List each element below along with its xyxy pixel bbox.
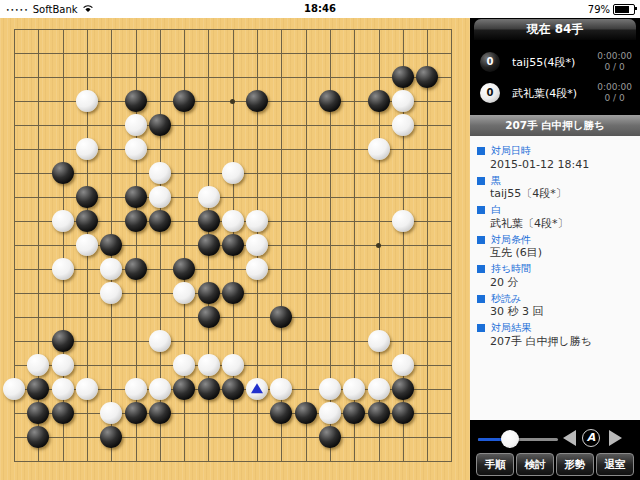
board-point[interactable] <box>196 137 220 161</box>
board-point[interactable] <box>172 41 196 65</box>
board-point[interactable] <box>172 401 196 425</box>
board-point[interactable] <box>415 401 439 425</box>
board-point[interactable] <box>123 209 147 233</box>
board-point[interactable] <box>148 41 172 65</box>
board-point[interactable] <box>196 329 220 353</box>
board-point[interactable] <box>342 209 366 233</box>
board-point[interactable] <box>366 329 390 353</box>
board-point[interactable] <box>26 209 50 233</box>
board-point[interactable] <box>75 401 99 425</box>
board-point[interactable] <box>99 209 123 233</box>
board-point[interactable] <box>221 89 245 113</box>
board-point[interactable] <box>172 17 196 41</box>
board-point[interactable] <box>2 209 26 233</box>
board-point[interactable] <box>391 161 415 185</box>
board-point[interactable] <box>391 377 415 401</box>
board-point[interactable] <box>75 41 99 65</box>
board-point[interactable] <box>342 353 366 377</box>
board-point[interactable] <box>245 41 269 65</box>
board-point[interactable] <box>342 233 366 257</box>
board-point[interactable] <box>269 305 293 329</box>
board-point[interactable] <box>99 425 123 449</box>
board-point[interactable] <box>123 185 147 209</box>
board-point[interactable] <box>123 329 147 353</box>
board-point[interactable] <box>99 89 123 113</box>
board-point[interactable] <box>196 161 220 185</box>
board-point[interactable] <box>245 377 269 401</box>
board-point[interactable] <box>123 89 147 113</box>
board-point[interactable] <box>123 449 147 473</box>
board-point[interactable] <box>75 185 99 209</box>
board-point[interactable] <box>75 305 99 329</box>
board-point[interactable] <box>269 257 293 281</box>
board-point[interactable] <box>172 233 196 257</box>
board-point[interactable] <box>99 353 123 377</box>
board-point[interactable] <box>245 425 269 449</box>
board-point[interactable] <box>123 353 147 377</box>
board-point[interactable] <box>342 137 366 161</box>
board-point[interactable] <box>221 305 245 329</box>
board-point[interactable] <box>51 329 75 353</box>
board-point[interactable] <box>415 41 439 65</box>
board-point[interactable] <box>318 329 342 353</box>
board-point[interactable] <box>342 425 366 449</box>
board-point[interactable] <box>196 41 220 65</box>
board-point[interactable] <box>99 281 123 305</box>
board-point[interactable] <box>51 449 75 473</box>
board-point[interactable] <box>2 137 26 161</box>
slider-thumb[interactable] <box>501 430 519 448</box>
board-point[interactable] <box>391 113 415 137</box>
board-point[interactable] <box>51 65 75 89</box>
board-point[interactable] <box>318 161 342 185</box>
board-point[interactable] <box>318 233 342 257</box>
board-point[interactable] <box>294 17 318 41</box>
board-point[interactable] <box>269 89 293 113</box>
board-point[interactable] <box>366 377 390 401</box>
board-point[interactable] <box>99 113 123 137</box>
board-point[interactable] <box>415 113 439 137</box>
board-point[interactable] <box>294 353 318 377</box>
board-point[interactable] <box>294 449 318 473</box>
board-point[interactable] <box>391 449 415 473</box>
board-point[interactable] <box>318 305 342 329</box>
board-point[interactable] <box>26 233 50 257</box>
board-point[interactable] <box>294 41 318 65</box>
board-point[interactable] <box>123 113 147 137</box>
board-point[interactable] <box>196 113 220 137</box>
board-point[interactable] <box>172 161 196 185</box>
board-point[interactable] <box>148 209 172 233</box>
board-point[interactable] <box>172 329 196 353</box>
board-point[interactable] <box>294 161 318 185</box>
board-point[interactable] <box>51 281 75 305</box>
board-point[interactable] <box>342 257 366 281</box>
board-point[interactable] <box>439 401 463 425</box>
board-point[interactable] <box>221 401 245 425</box>
board-point[interactable] <box>366 281 390 305</box>
board-point[interactable] <box>415 329 439 353</box>
board-point[interactable] <box>51 17 75 41</box>
next-move-button[interactable] <box>609 430 622 446</box>
board-point[interactable] <box>148 305 172 329</box>
board-point[interactable] <box>26 161 50 185</box>
board-point[interactable] <box>196 305 220 329</box>
board-point[interactable] <box>26 41 50 65</box>
board-point[interactable] <box>342 305 366 329</box>
board-point[interactable] <box>75 449 99 473</box>
board-point[interactable] <box>26 329 50 353</box>
board-point[interactable] <box>196 353 220 377</box>
board-point[interactable] <box>75 65 99 89</box>
board-point[interactable] <box>99 65 123 89</box>
board-point[interactable] <box>148 329 172 353</box>
board-point[interactable] <box>415 137 439 161</box>
board-point[interactable] <box>51 161 75 185</box>
board-point[interactable] <box>26 113 50 137</box>
board-point[interactable] <box>2 329 26 353</box>
board-point[interactable] <box>26 89 50 113</box>
board-point[interactable] <box>439 209 463 233</box>
board-point[interactable] <box>318 377 342 401</box>
board-point[interactable] <box>75 233 99 257</box>
board-point[interactable] <box>245 137 269 161</box>
board-point[interactable] <box>318 353 342 377</box>
board-point[interactable] <box>366 257 390 281</box>
board-point[interactable] <box>26 449 50 473</box>
board-point[interactable] <box>196 401 220 425</box>
board-point[interactable] <box>99 137 123 161</box>
board-point[interactable] <box>391 185 415 209</box>
board-point[interactable] <box>51 209 75 233</box>
board-point[interactable] <box>415 89 439 113</box>
board-point[interactable] <box>366 185 390 209</box>
board-point[interactable] <box>172 281 196 305</box>
board-point[interactable] <box>123 377 147 401</box>
board-point[interactable] <box>415 161 439 185</box>
board-point[interactable] <box>318 281 342 305</box>
board-point[interactable] <box>221 257 245 281</box>
board-point[interactable] <box>269 233 293 257</box>
board-point[interactable] <box>245 89 269 113</box>
board-point[interactable] <box>245 113 269 137</box>
board-point[interactable] <box>196 425 220 449</box>
board-point[interactable] <box>26 353 50 377</box>
board-point[interactable] <box>221 41 245 65</box>
board-point[interactable] <box>51 377 75 401</box>
board-point[interactable] <box>196 209 220 233</box>
board-point[interactable] <box>245 233 269 257</box>
board-point[interactable] <box>391 41 415 65</box>
board-point[interactable] <box>2 113 26 137</box>
board-point[interactable] <box>439 377 463 401</box>
board-point[interactable] <box>2 449 26 473</box>
board-point[interactable] <box>123 281 147 305</box>
board-point[interactable] <box>269 209 293 233</box>
board-point[interactable] <box>75 353 99 377</box>
board-point[interactable] <box>318 257 342 281</box>
board-point[interactable] <box>196 233 220 257</box>
board-point[interactable] <box>269 425 293 449</box>
board-point[interactable] <box>415 305 439 329</box>
board-point[interactable] <box>318 185 342 209</box>
board-point[interactable] <box>196 89 220 113</box>
board-point[interactable] <box>51 233 75 257</box>
board-point[interactable] <box>148 137 172 161</box>
board-point[interactable] <box>172 425 196 449</box>
board-point[interactable] <box>221 233 245 257</box>
board-point[interactable] <box>51 401 75 425</box>
board-point[interactable] <box>245 353 269 377</box>
board-point[interactable] <box>366 161 390 185</box>
board-point[interactable] <box>245 329 269 353</box>
board-point[interactable] <box>294 233 318 257</box>
board-point[interactable] <box>26 377 50 401</box>
board-point[interactable] <box>391 233 415 257</box>
board-point[interactable] <box>342 89 366 113</box>
board-point[interactable] <box>172 377 196 401</box>
board-point[interactable] <box>294 281 318 305</box>
board-point[interactable] <box>26 185 50 209</box>
board-point[interactable] <box>415 353 439 377</box>
board-point[interactable] <box>439 185 463 209</box>
board-point[interactable] <box>439 233 463 257</box>
board-point[interactable] <box>294 401 318 425</box>
board-point[interactable] <box>391 65 415 89</box>
board-point[interactable] <box>99 377 123 401</box>
board-point[interactable] <box>2 233 26 257</box>
board-point[interactable] <box>221 449 245 473</box>
board-point[interactable] <box>221 329 245 353</box>
board-point[interactable] <box>26 65 50 89</box>
board-point[interactable] <box>2 401 26 425</box>
board-point[interactable] <box>26 17 50 41</box>
board-point[interactable] <box>172 353 196 377</box>
board-point[interactable] <box>99 161 123 185</box>
board-point[interactable] <box>51 353 75 377</box>
action-button-退室[interactable]: 退室 <box>596 453 634 476</box>
board-point[interactable] <box>99 449 123 473</box>
board-point[interactable] <box>269 185 293 209</box>
board-point[interactable] <box>318 41 342 65</box>
board-point[interactable] <box>318 209 342 233</box>
board-point[interactable] <box>99 305 123 329</box>
board-point[interactable] <box>2 185 26 209</box>
board-point[interactable] <box>51 113 75 137</box>
board-point[interactable] <box>26 137 50 161</box>
board-point[interactable] <box>415 233 439 257</box>
board-point[interactable] <box>123 233 147 257</box>
board-point[interactable] <box>318 65 342 89</box>
board-point[interactable] <box>75 137 99 161</box>
board-point[interactable] <box>26 401 50 425</box>
board-point[interactable] <box>245 281 269 305</box>
board-point[interactable] <box>123 401 147 425</box>
board-point[interactable] <box>245 209 269 233</box>
board-point[interactable] <box>2 425 26 449</box>
move-slider[interactable] <box>478 432 558 446</box>
board-point[interactable] <box>221 65 245 89</box>
board-point[interactable] <box>75 425 99 449</box>
board-point[interactable] <box>366 233 390 257</box>
board-point[interactable] <box>391 257 415 281</box>
board-point[interactable] <box>366 89 390 113</box>
board-point[interactable] <box>2 257 26 281</box>
board-point[interactable] <box>342 329 366 353</box>
board-point[interactable] <box>245 257 269 281</box>
board-point[interactable] <box>75 329 99 353</box>
board-point[interactable] <box>342 41 366 65</box>
board-point[interactable] <box>51 137 75 161</box>
board-point[interactable] <box>123 137 147 161</box>
board-point[interactable] <box>294 185 318 209</box>
board-point[interactable] <box>123 305 147 329</box>
board-point[interactable] <box>366 305 390 329</box>
board-point[interactable] <box>51 305 75 329</box>
board-point[interactable] <box>415 281 439 305</box>
board-point[interactable] <box>294 65 318 89</box>
board-point[interactable] <box>2 89 26 113</box>
board-point[interactable] <box>2 377 26 401</box>
board-point[interactable] <box>318 137 342 161</box>
board-point[interactable] <box>221 137 245 161</box>
board-point[interactable] <box>245 401 269 425</box>
board-point[interactable] <box>269 401 293 425</box>
board-point[interactable] <box>439 89 463 113</box>
board-point[interactable] <box>439 329 463 353</box>
board-point[interactable] <box>245 185 269 209</box>
board-point[interactable] <box>148 233 172 257</box>
action-button-形勢[interactable]: 形勢 <box>556 453 594 476</box>
board-point[interactable] <box>391 281 415 305</box>
board-point[interactable] <box>148 401 172 425</box>
board-point[interactable] <box>342 113 366 137</box>
board-point[interactable] <box>2 161 26 185</box>
board-point[interactable] <box>391 17 415 41</box>
board-point[interactable] <box>245 449 269 473</box>
board-point[interactable] <box>221 113 245 137</box>
board-point[interactable] <box>51 185 75 209</box>
board-point[interactable] <box>196 65 220 89</box>
board-point[interactable] <box>318 113 342 137</box>
board-point[interactable] <box>123 65 147 89</box>
board-point[interactable] <box>26 305 50 329</box>
board-point[interactable] <box>51 89 75 113</box>
board-point[interactable] <box>196 185 220 209</box>
board-point[interactable] <box>221 281 245 305</box>
board-point[interactable] <box>294 305 318 329</box>
board-point[interactable] <box>221 425 245 449</box>
board-point[interactable] <box>196 257 220 281</box>
board-point[interactable] <box>366 41 390 65</box>
board-point[interactable] <box>391 209 415 233</box>
board-point[interactable] <box>123 257 147 281</box>
board-point[interactable] <box>75 113 99 137</box>
board-point[interactable] <box>439 41 463 65</box>
board-point[interactable] <box>75 281 99 305</box>
board-point[interactable] <box>221 377 245 401</box>
board-point[interactable] <box>294 113 318 137</box>
board-point[interactable] <box>391 137 415 161</box>
board-point[interactable] <box>2 65 26 89</box>
board-point[interactable] <box>196 449 220 473</box>
board-point[interactable] <box>148 185 172 209</box>
board-point[interactable] <box>342 377 366 401</box>
board-point[interactable] <box>294 377 318 401</box>
board-point[interactable] <box>148 425 172 449</box>
board-point[interactable] <box>269 329 293 353</box>
board-point[interactable] <box>391 353 415 377</box>
board-point[interactable] <box>148 89 172 113</box>
board-point[interactable] <box>148 113 172 137</box>
board-point[interactable] <box>439 113 463 137</box>
board-point[interactable] <box>294 209 318 233</box>
board-point[interactable] <box>294 425 318 449</box>
board-point[interactable] <box>439 425 463 449</box>
board-point[interactable] <box>415 377 439 401</box>
board-point[interactable] <box>99 233 123 257</box>
board-point[interactable] <box>366 17 390 41</box>
board-point[interactable] <box>51 425 75 449</box>
board-point[interactable] <box>221 353 245 377</box>
board-point[interactable] <box>172 113 196 137</box>
board-point[interactable] <box>2 17 26 41</box>
board-point[interactable] <box>269 113 293 137</box>
board-point[interactable] <box>221 161 245 185</box>
board-point[interactable] <box>366 137 390 161</box>
board-point[interactable] <box>415 257 439 281</box>
board-point[interactable] <box>26 425 50 449</box>
board-point[interactable] <box>366 209 390 233</box>
board-point[interactable] <box>415 185 439 209</box>
board-point[interactable] <box>294 137 318 161</box>
board-point[interactable] <box>294 257 318 281</box>
board-point[interactable] <box>366 449 390 473</box>
board-point[interactable] <box>342 17 366 41</box>
board-point[interactable] <box>269 353 293 377</box>
board-point[interactable] <box>269 161 293 185</box>
board-point[interactable] <box>439 353 463 377</box>
board-point[interactable] <box>245 65 269 89</box>
board-point[interactable] <box>75 377 99 401</box>
board-point[interactable] <box>2 281 26 305</box>
board-point[interactable] <box>269 449 293 473</box>
board-point[interactable] <box>391 425 415 449</box>
board-point[interactable] <box>172 137 196 161</box>
board-point[interactable] <box>342 161 366 185</box>
board-point[interactable] <box>439 305 463 329</box>
board-point[interactable] <box>391 305 415 329</box>
board-point[interactable] <box>269 65 293 89</box>
board-point[interactable] <box>391 401 415 425</box>
board-point[interactable] <box>123 41 147 65</box>
board-point[interactable] <box>269 41 293 65</box>
board-point[interactable] <box>148 17 172 41</box>
board-point[interactable] <box>99 185 123 209</box>
board-point[interactable] <box>172 89 196 113</box>
board-point[interactable] <box>269 17 293 41</box>
board-point[interactable] <box>366 113 390 137</box>
board-point[interactable] <box>99 257 123 281</box>
board-point[interactable] <box>221 209 245 233</box>
board-point[interactable] <box>123 161 147 185</box>
action-button-検討[interactable]: 検討 <box>516 453 554 476</box>
board-point[interactable] <box>26 257 50 281</box>
board-point[interactable] <box>148 65 172 89</box>
board-point[interactable] <box>245 161 269 185</box>
board-point[interactable] <box>269 281 293 305</box>
board-point[interactable] <box>51 41 75 65</box>
